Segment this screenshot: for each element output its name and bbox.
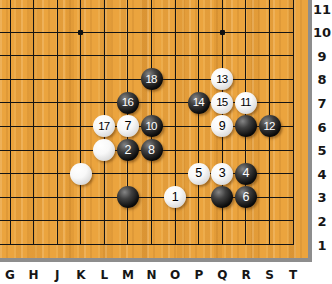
stone-K4 [70,163,92,185]
intersection-J1[interactable] [45,233,69,257]
intersection-T5[interactable] [281,138,305,162]
intersection-T7[interactable] [281,91,305,115]
intersection-G7[interactable] [0,91,22,115]
intersection-L8[interactable] [93,67,117,91]
move-number: 11 [240,97,250,109]
move-number: 9 [219,120,226,133]
intersection-Q9[interactable] [211,44,235,68]
intersection-N3[interactable] [140,185,164,209]
row-label-6: 6 [317,119,326,134]
intersection-L4[interactable] [93,162,117,186]
intersection-Q1[interactable] [211,233,235,257]
move-number: 4 [242,167,249,180]
move-number: 3 [219,167,226,180]
intersection-J4[interactable] [45,162,69,186]
intersection-H5[interactable] [22,138,46,162]
stone-N6-move-10: 10 [141,115,163,137]
intersection-P7[interactable]: 14 [187,91,211,115]
intersection-M6[interactable]: 7 [116,115,140,139]
stone-M5-move-2: 2 [117,139,139,161]
intersection-K9[interactable] [69,44,93,68]
intersection-N6[interactable]: 10 [140,115,164,139]
move-number: 8 [148,144,155,157]
intersection-R9[interactable] [234,44,258,68]
intersection-S3[interactable] [258,185,282,209]
intersection-P11[interactable] [187,0,211,20]
intersection-Q8[interactable]: 13 [211,67,235,91]
intersection-S4[interactable] [258,162,282,186]
intersection-J7[interactable] [45,91,69,115]
row-label-2: 2 [317,213,326,228]
intersection-K4[interactable] [69,162,93,186]
stone-Q7-move-15: 15 [211,92,233,114]
intersection-T9[interactable] [281,44,305,68]
intersection-H11[interactable] [22,0,46,20]
intersection-P2[interactable] [187,209,211,233]
intersection-M1[interactable] [116,233,140,257]
intersection-M4[interactable] [116,162,140,186]
intersection-O4[interactable] [163,162,187,186]
intersection-K11[interactable] [69,0,93,20]
column-label-L: L [101,268,109,282]
stone-S6-move-12: 12 [259,115,281,137]
intersection-R10[interactable] [234,20,258,44]
intersection-L7[interactable] [93,91,117,115]
intersection-R5[interactable] [234,138,258,162]
intersection-G4[interactable] [0,162,22,186]
intersection-T3[interactable] [281,185,305,209]
stone-R6 [235,115,257,137]
stone-N5-move-8: 8 [141,139,163,161]
intersection-R7[interactable]: 11 [234,91,258,115]
stone-M6-move-7: 7 [117,115,139,137]
intersection-N4[interactable] [140,162,164,186]
intersection-H3[interactable] [22,185,46,209]
intersection-N1[interactable] [140,233,164,257]
intersection-Q10[interactable] [211,20,235,44]
column-label-N: N [147,268,157,282]
intersection-S2[interactable] [258,209,282,233]
row-label-4: 4 [317,166,326,181]
stone-R4-move-4: 4 [235,163,257,185]
intersection-G10[interactable] [0,20,22,44]
intersection-K1[interactable] [69,233,93,257]
intersection-K10[interactable] [69,20,93,44]
intersection-T4[interactable] [281,162,305,186]
board[interactable]: 181316141511177109122853416 [0,0,312,262]
intersection-G5[interactable] [0,138,22,162]
row-label-7: 7 [317,95,326,110]
intersection-S6[interactable]: 12 [258,115,282,139]
star-point-K10 [78,30,83,35]
move-number: 17 [98,121,109,133]
intersection-J9[interactable] [45,44,69,68]
stone-M3 [117,186,139,208]
intersection-J5[interactable] [45,138,69,162]
intersection-J8[interactable] [45,67,69,91]
intersection-Q6[interactable]: 9 [211,115,235,139]
intersection-H1[interactable] [22,233,46,257]
column-label-Q: Q [217,268,227,282]
intersection-G1[interactable] [0,233,22,257]
move-number: 16 [122,97,133,109]
row-label-3: 3 [317,190,326,205]
intersection-J3[interactable] [45,185,69,209]
intersection-M7[interactable]: 16 [116,91,140,115]
intersection-Q4[interactable]: 3 [211,162,235,186]
stone-R3-move-6: 6 [235,186,257,208]
stone-L6-move-17: 17 [93,115,115,137]
intersection-M11[interactable] [116,0,140,20]
intersection-H9[interactable] [22,44,46,68]
intersection-S10[interactable] [258,20,282,44]
star-point-Q10 [220,30,225,35]
intersection-M3[interactable] [116,185,140,209]
intersection-M2[interactable] [116,209,140,233]
intersection-L2[interactable] [93,209,117,233]
intersection-G11[interactable] [0,0,22,20]
column-label-S: S [265,268,274,282]
intersection-P5[interactable] [187,138,211,162]
stone-O3-move-1: 1 [164,186,186,208]
intersection-S8[interactable] [258,67,282,91]
intersection-O1[interactable] [163,233,187,257]
intersection-R6[interactable] [234,115,258,139]
intersection-N7[interactable] [140,91,164,115]
intersection-J11[interactable] [45,0,69,20]
intersection-M9[interactable] [116,44,140,68]
intersection-P1[interactable] [187,233,211,257]
column-label-T: T [289,268,297,282]
intersection-T8[interactable] [281,67,305,91]
intersection-J6[interactable] [45,115,69,139]
column-label-M: M [122,268,134,282]
stone-N8-move-18: 18 [141,68,163,90]
intersection-O8[interactable] [163,67,187,91]
intersection-L6[interactable]: 17 [93,115,117,139]
intersection-H2[interactable] [22,209,46,233]
intersection-P9[interactable] [187,44,211,68]
intersection-G2[interactable] [0,209,22,233]
intersection-R1[interactable] [234,233,258,257]
intersection-Q3[interactable] [211,185,235,209]
board-grid: 181316141511177109122853416 [0,0,305,256]
intersection-N8[interactable]: 18 [140,67,164,91]
intersection-G8[interactable] [0,67,22,91]
intersection-N2[interactable] [140,209,164,233]
intersection-J2[interactable] [45,209,69,233]
move-number: 10 [145,121,156,133]
intersection-O3[interactable]: 1 [163,185,187,209]
column-label-R: R [241,268,250,282]
intersection-O11[interactable] [163,0,187,20]
stone-Q6-move-9: 9 [211,115,233,137]
intersection-Q5[interactable] [211,138,235,162]
intersection-K2[interactable] [69,209,93,233]
intersection-N10[interactable] [140,20,164,44]
intersection-M5[interactable]: 2 [116,138,140,162]
intersection-T2[interactable] [281,209,305,233]
row-label-11: 11 [313,1,331,16]
stone-L5 [93,139,115,161]
intersection-K7[interactable] [69,91,93,115]
go-board-diagram: 181316141511177109122853416 GHJKLMNOPQRS… [0,0,332,284]
intersection-H7[interactable] [22,91,46,115]
intersection-Q2[interactable] [211,209,235,233]
intersection-R4[interactable]: 4 [234,162,258,186]
move-number: 7 [124,120,131,133]
column-label-H: H [29,268,39,282]
move-number: 12 [263,121,274,133]
intersection-L9[interactable] [93,44,117,68]
intersection-T1[interactable] [281,233,305,257]
move-number: 1 [172,191,179,204]
intersection-L1[interactable] [93,233,117,257]
move-number: 14 [193,97,204,109]
stone-Q4-move-3: 3 [211,163,233,185]
column-label-P: P [194,268,203,282]
stone-M7-move-16: 16 [117,92,139,114]
stone-P4-move-5: 5 [188,163,210,185]
move-number: 15 [216,97,227,109]
intersection-Q7[interactable]: 15 [211,91,235,115]
intersection-P8[interactable] [187,67,211,91]
stone-Q8-move-13: 13 [211,68,233,90]
intersection-L3[interactable] [93,185,117,209]
intersection-N9[interactable] [140,44,164,68]
stone-Q3 [211,186,233,208]
move-number: 2 [124,144,131,157]
row-label-9: 9 [317,48,326,63]
intersection-K5[interactable] [69,138,93,162]
intersection-M10[interactable] [116,20,140,44]
intersection-S1[interactable] [258,233,282,257]
intersection-L5[interactable] [93,138,117,162]
intersection-R2[interactable] [234,209,258,233]
intersection-O6[interactable] [163,115,187,139]
intersection-T10[interactable] [281,20,305,44]
intersection-P4[interactable]: 5 [187,162,211,186]
move-number: 18 [145,74,156,86]
move-number: 13 [216,74,227,86]
move-number: 6 [242,191,249,204]
intersection-G3[interactable] [0,185,22,209]
intersection-L10[interactable] [93,20,117,44]
intersection-N11[interactable] [140,0,164,20]
intersection-G6[interactable] [0,115,22,139]
intersection-K8[interactable] [69,67,93,91]
intersection-K6[interactable] [69,115,93,139]
intersection-S5[interactable] [258,138,282,162]
intersection-Q11[interactable] [211,0,235,20]
move-number: 5 [195,167,202,180]
intersection-H6[interactable] [22,115,46,139]
intersection-O10[interactable] [163,20,187,44]
row-label-10: 10 [313,25,331,40]
stone-P7-move-14: 14 [188,92,210,114]
intersection-R3[interactable]: 6 [234,185,258,209]
intersection-O9[interactable] [163,44,187,68]
intersection-S11[interactable] [258,0,282,20]
intersection-P3[interactable] [187,185,211,209]
intersection-J10[interactable] [45,20,69,44]
column-label-G: G [5,268,15,282]
intersection-O2[interactable] [163,209,187,233]
intersection-H10[interactable] [22,20,46,44]
row-label-8: 8 [317,72,326,87]
intersection-H8[interactable] [22,67,46,91]
row-label-1: 1 [317,237,326,252]
intersection-O7[interactable] [163,91,187,115]
intersection-M8[interactable] [116,67,140,91]
intersection-O5[interactable] [163,138,187,162]
row-label-5: 5 [317,143,326,158]
intersection-S9[interactable] [258,44,282,68]
intersection-N5[interactable]: 8 [140,138,164,162]
column-label-J: J [55,268,59,282]
intersection-L11[interactable] [93,0,117,20]
intersection-K3[interactable] [69,185,93,209]
intersection-P10[interactable] [187,20,211,44]
intersection-R11[interactable] [234,0,258,20]
column-label-O: O [170,268,180,282]
column-label-K: K [76,268,85,282]
intersection-G9[interactable] [0,44,22,68]
intersection-S7[interactable] [258,91,282,115]
intersection-P6[interactable] [187,115,211,139]
intersection-R8[interactable] [234,67,258,91]
intersection-T11[interactable] [281,0,305,20]
stone-R7-move-11: 11 [235,92,257,114]
intersection-T6[interactable] [281,115,305,139]
intersection-H4[interactable] [22,162,46,186]
